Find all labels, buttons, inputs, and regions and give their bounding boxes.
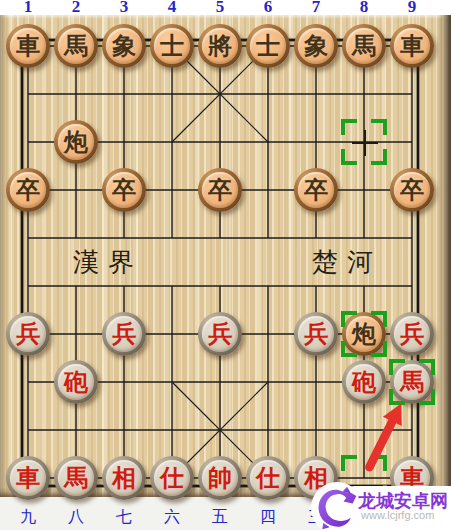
piece-face: 將 bbox=[202, 28, 238, 64]
file-label-top-1: 1 bbox=[24, 0, 33, 17]
piece-glyph: 馬 bbox=[64, 34, 88, 58]
piece-face: 相 bbox=[106, 460, 142, 496]
piece-glyph: 炮 bbox=[352, 322, 376, 346]
piece-face: 相 bbox=[298, 460, 334, 496]
piece-red-elephant[interactable]: 相 bbox=[294, 456, 338, 500]
file-label-bottom-6: 四 bbox=[260, 507, 276, 528]
piece-face: 帥 bbox=[202, 460, 238, 496]
piece-glyph: 士 bbox=[160, 34, 184, 58]
piece-red-soldier[interactable]: 兵 bbox=[6, 312, 50, 356]
piece-glyph: 車 bbox=[16, 466, 40, 490]
file-label-bottom-7: 三 bbox=[308, 507, 324, 528]
piece-red-king[interactable]: 帥 bbox=[198, 456, 242, 500]
piece-red-chariot[interactable]: 車 bbox=[390, 456, 434, 500]
xiangqi-app: 漢界 楚河 123456789 九八七六五四三二一 車馬象士將士象馬車炮卒卒卒卒… bbox=[0, 0, 451, 530]
piece-glyph: 卒 bbox=[304, 178, 328, 202]
file-label-bottom-2: 八 bbox=[68, 507, 84, 528]
piece-face: 炮 bbox=[346, 316, 382, 352]
board-grid-lines bbox=[0, 0, 451, 530]
piece-glyph: 砲 bbox=[352, 370, 376, 394]
piece-black-elephant[interactable]: 象 bbox=[294, 24, 338, 68]
piece-face: 兵 bbox=[202, 316, 238, 352]
piece-glyph: 仕 bbox=[160, 466, 184, 490]
piece-red-soldier[interactable]: 兵 bbox=[102, 312, 146, 356]
piece-red-cannon[interactable]: 砲 bbox=[342, 360, 386, 404]
piece-face: 卒 bbox=[106, 172, 142, 208]
piece-black-advisor[interactable]: 士 bbox=[150, 24, 194, 68]
piece-face: 砲 bbox=[58, 364, 94, 400]
piece-face: 兵 bbox=[298, 316, 334, 352]
piece-glyph: 相 bbox=[112, 466, 136, 490]
piece-face: 卒 bbox=[394, 172, 430, 208]
piece-black-chariot[interactable]: 車 bbox=[6, 24, 50, 68]
piece-red-soldier[interactable]: 兵 bbox=[390, 312, 434, 356]
piece-black-soldier[interactable]: 卒 bbox=[390, 168, 434, 212]
piece-red-horse[interactable]: 馬 bbox=[390, 360, 434, 404]
piece-face: 馬 bbox=[58, 460, 94, 496]
piece-red-horse[interactable]: 馬 bbox=[54, 456, 98, 500]
piece-red-advisor[interactable]: 仕 bbox=[246, 456, 290, 500]
piece-black-chariot[interactable]: 車 bbox=[390, 24, 434, 68]
piece-face: 仕 bbox=[250, 460, 286, 496]
piece-black-soldier[interactable]: 卒 bbox=[198, 168, 242, 212]
piece-face: 士 bbox=[154, 28, 190, 64]
piece-black-soldier[interactable]: 卒 bbox=[294, 168, 338, 212]
piece-black-king[interactable]: 將 bbox=[198, 24, 242, 68]
piece-glyph: 車 bbox=[400, 466, 424, 490]
piece-face: 兵 bbox=[394, 316, 430, 352]
piece-red-cannon[interactable]: 砲 bbox=[54, 360, 98, 404]
piece-glyph: 砲 bbox=[64, 370, 88, 394]
piece-face: 兵 bbox=[106, 316, 142, 352]
piece-face: 車 bbox=[10, 460, 46, 496]
piece-black-advisor[interactable]: 士 bbox=[246, 24, 290, 68]
piece-face: 卒 bbox=[298, 172, 334, 208]
piece-face: 車 bbox=[10, 28, 46, 64]
piece-red-soldier[interactable]: 兵 bbox=[198, 312, 242, 356]
piece-glyph: 車 bbox=[16, 34, 40, 58]
piece-glyph: 帥 bbox=[208, 466, 232, 490]
piece-face: 象 bbox=[106, 28, 142, 64]
piece-face: 馬 bbox=[394, 364, 430, 400]
file-label-top-8: 8 bbox=[360, 0, 369, 17]
file-label-top-4: 4 bbox=[168, 0, 177, 17]
piece-face: 車 bbox=[394, 460, 430, 496]
piece-face: 馬 bbox=[346, 28, 382, 64]
file-label-top-5: 5 bbox=[216, 0, 225, 17]
file-label-bottom-8: 二 bbox=[356, 507, 372, 528]
piece-face: 兵 bbox=[10, 316, 46, 352]
file-label-top-7: 7 bbox=[312, 0, 321, 17]
piece-glyph: 卒 bbox=[16, 178, 40, 202]
piece-black-soldier[interactable]: 卒 bbox=[102, 168, 146, 212]
river-label-right: 楚河 bbox=[312, 245, 382, 280]
file-label-top-3: 3 bbox=[120, 0, 129, 17]
piece-glyph: 兵 bbox=[112, 322, 136, 346]
piece-face: 砲 bbox=[346, 364, 382, 400]
piece-black-horse[interactable]: 馬 bbox=[54, 24, 98, 68]
file-label-top-2: 2 bbox=[72, 0, 81, 17]
piece-glyph: 卒 bbox=[112, 178, 136, 202]
piece-face: 象 bbox=[298, 28, 334, 64]
piece-glyph: 馬 bbox=[352, 34, 376, 58]
piece-glyph: 馬 bbox=[64, 466, 88, 490]
piece-red-advisor[interactable]: 仕 bbox=[150, 456, 194, 500]
piece-glyph: 卒 bbox=[208, 178, 232, 202]
piece-face: 卒 bbox=[10, 172, 46, 208]
piece-face: 車 bbox=[394, 28, 430, 64]
piece-glyph: 兵 bbox=[16, 322, 40, 346]
file-label-bottom-5: 五 bbox=[212, 507, 228, 528]
piece-face: 士 bbox=[250, 28, 286, 64]
piece-black-cannon[interactable]: 炮 bbox=[54, 120, 98, 164]
piece-face: 仕 bbox=[154, 460, 190, 496]
piece-red-elephant[interactable]: 相 bbox=[102, 456, 146, 500]
piece-glyph: 將 bbox=[208, 34, 232, 58]
piece-glyph: 兵 bbox=[304, 322, 328, 346]
piece-glyph: 兵 bbox=[208, 322, 232, 346]
piece-glyph: 士 bbox=[256, 34, 280, 58]
piece-glyph: 卒 bbox=[400, 178, 424, 202]
piece-black-soldier[interactable]: 卒 bbox=[6, 168, 50, 212]
piece-glyph: 象 bbox=[112, 34, 136, 58]
piece-glyph: 相 bbox=[304, 466, 328, 490]
file-label-bottom-4: 六 bbox=[164, 507, 180, 528]
piece-glyph: 炮 bbox=[64, 130, 88, 154]
piece-face: 炮 bbox=[58, 124, 94, 160]
piece-glyph: 馬 bbox=[400, 370, 424, 394]
piece-glyph: 車 bbox=[400, 34, 424, 58]
piece-black-elephant[interactable]: 象 bbox=[102, 24, 146, 68]
file-label-top-6: 6 bbox=[264, 0, 273, 17]
piece-glyph: 象 bbox=[304, 34, 328, 58]
piece-face: 馬 bbox=[58, 28, 94, 64]
piece-face: 卒 bbox=[202, 172, 238, 208]
file-label-bottom-9: 一 bbox=[404, 507, 420, 528]
piece-black-horse[interactable]: 馬 bbox=[342, 24, 386, 68]
piece-red-soldier[interactable]: 兵 bbox=[294, 312, 338, 356]
piece-glyph: 仕 bbox=[256, 466, 280, 490]
file-label-bottom-1: 九 bbox=[20, 507, 36, 528]
piece-black-cannon[interactable]: 炮 bbox=[342, 312, 386, 356]
piece-glyph: 兵 bbox=[400, 322, 424, 346]
file-label-top-9: 9 bbox=[408, 0, 417, 17]
file-label-bottom-3: 七 bbox=[116, 507, 132, 528]
river-label-left: 漢界 bbox=[73, 245, 143, 280]
piece-red-chariot[interactable]: 車 bbox=[6, 456, 50, 500]
